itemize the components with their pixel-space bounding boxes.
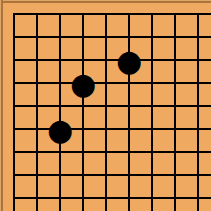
grid-cell bbox=[130, 153, 151, 174]
grid-cell bbox=[38, 38, 59, 59]
grid-cell bbox=[107, 84, 128, 105]
grid-cell bbox=[153, 153, 174, 174]
grid-cell bbox=[61, 15, 82, 36]
grid-cell bbox=[176, 176, 197, 197]
grid-cell bbox=[61, 84, 82, 105]
grid-cell bbox=[15, 38, 36, 59]
grid-cell bbox=[153, 107, 174, 128]
grid-cell bbox=[153, 199, 174, 211]
grid-cell bbox=[84, 38, 105, 59]
grid-cell bbox=[107, 199, 128, 211]
grid-cell bbox=[107, 176, 128, 197]
grid-cell bbox=[84, 130, 105, 151]
grid-cell bbox=[130, 130, 151, 151]
grid-cell bbox=[153, 176, 174, 197]
grid-cell bbox=[38, 61, 59, 82]
grid-cell bbox=[38, 107, 59, 128]
grid-cell bbox=[130, 38, 151, 59]
grid-cell bbox=[176, 61, 197, 82]
grid-cell bbox=[176, 199, 197, 211]
grid-cell bbox=[84, 61, 105, 82]
grid-cell bbox=[38, 130, 59, 151]
grid-cell bbox=[15, 176, 36, 197]
grid-cell bbox=[199, 153, 211, 174]
grid-cell bbox=[130, 84, 151, 105]
grid-cell bbox=[61, 153, 82, 174]
grid-cell bbox=[61, 199, 82, 211]
grid-cell bbox=[38, 153, 59, 174]
grid-cell bbox=[199, 107, 211, 128]
grid-cell bbox=[15, 107, 36, 128]
grid-cell bbox=[130, 15, 151, 36]
grid-cell bbox=[38, 176, 59, 197]
grid-cell bbox=[15, 153, 36, 174]
grid-cell bbox=[38, 15, 59, 36]
grid-cell bbox=[153, 61, 174, 82]
grid-cell bbox=[176, 38, 197, 59]
grid-cell bbox=[176, 15, 197, 36]
grid-cell bbox=[38, 199, 59, 211]
grid-cell bbox=[61, 38, 82, 59]
grid-cell bbox=[84, 107, 105, 128]
grid-cell bbox=[15, 130, 36, 151]
grid-cell bbox=[15, 199, 36, 211]
grid-cell bbox=[84, 153, 105, 174]
grid-cell bbox=[176, 107, 197, 128]
grid-cell bbox=[130, 61, 151, 82]
board-frame-left bbox=[0, 0, 3, 211]
grid-cell bbox=[176, 84, 197, 105]
grid-cell bbox=[38, 84, 59, 105]
grid-cell bbox=[199, 199, 211, 211]
grid-cell bbox=[199, 61, 211, 82]
board-frame-top bbox=[0, 0, 211, 3]
grid-cell bbox=[176, 153, 197, 174]
grid-cell bbox=[107, 15, 128, 36]
grid-cell bbox=[15, 61, 36, 82]
grid-cell bbox=[107, 107, 128, 128]
grid-cell bbox=[84, 176, 105, 197]
grid-cell bbox=[61, 61, 82, 82]
grid-cell bbox=[153, 84, 174, 105]
grid-cell bbox=[199, 176, 211, 197]
grid-cell bbox=[153, 130, 174, 151]
grid-cell bbox=[15, 15, 36, 36]
go-grid bbox=[13, 13, 211, 211]
grid-cell bbox=[107, 130, 128, 151]
grid-cell bbox=[107, 38, 128, 59]
grid-cell bbox=[130, 176, 151, 197]
grid-cell bbox=[130, 199, 151, 211]
grid-cell bbox=[199, 84, 211, 105]
grid-cell bbox=[130, 107, 151, 128]
grid-cell bbox=[61, 130, 82, 151]
grid-cell bbox=[199, 15, 211, 36]
grid-cell bbox=[15, 84, 36, 105]
grid-cell bbox=[84, 199, 105, 211]
grid-cell bbox=[61, 176, 82, 197]
grid-cell bbox=[176, 130, 197, 151]
grid-cell bbox=[84, 15, 105, 36]
grid-cell bbox=[199, 38, 211, 59]
go-board-diagram: ●●● bbox=[0, 0, 211, 211]
grid-cell bbox=[84, 84, 105, 105]
grid-cell bbox=[107, 153, 128, 174]
grid-cell bbox=[153, 38, 174, 59]
grid-cell bbox=[199, 130, 211, 151]
grid-cell bbox=[153, 15, 174, 36]
grid-cell bbox=[107, 61, 128, 82]
grid-cell bbox=[61, 107, 82, 128]
